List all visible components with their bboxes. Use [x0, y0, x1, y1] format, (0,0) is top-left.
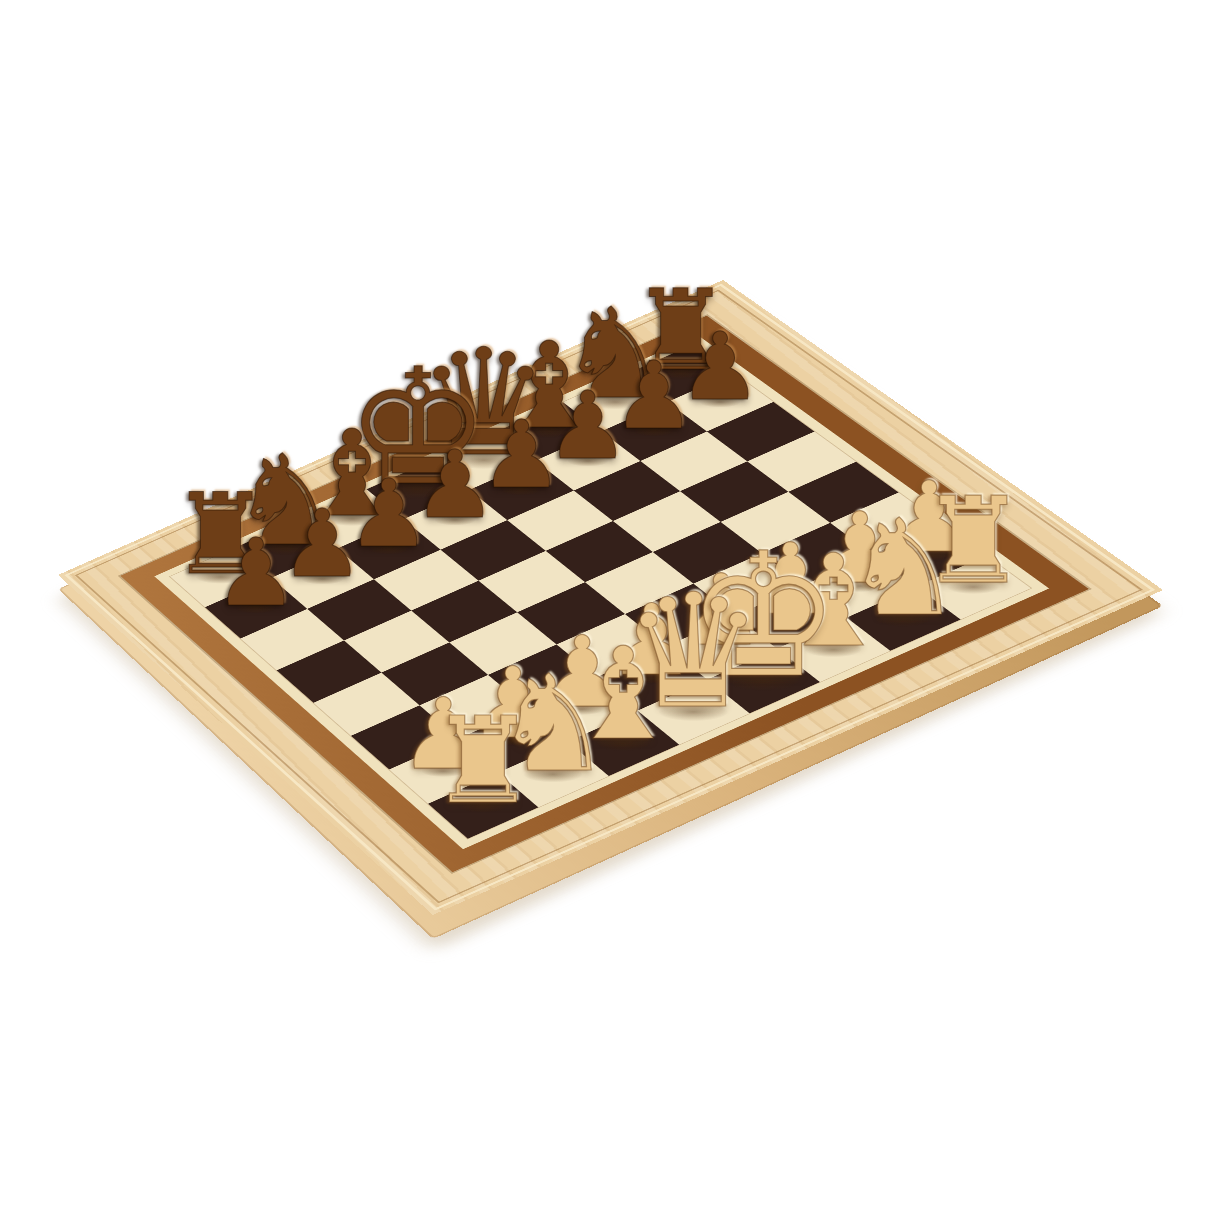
product-photo-scene: ♜♞♝♚♛♝♞♜♟♟♟♟♟♟♟♟♟♟♟♟♟♟♟♟♜♞♝♛♚♝♞♜	[0, 0, 1214, 1214]
pieces-layer: ♜♞♝♚♛♝♞♜♟♟♟♟♟♟♟♟♟♟♟♟♟♟♟♟♜♞♝♛♚♝♞♜	[0, 0, 1214, 1214]
rook-glyph: ♜	[430, 701, 537, 820]
pawn-glyph: ♟	[214, 526, 298, 620]
